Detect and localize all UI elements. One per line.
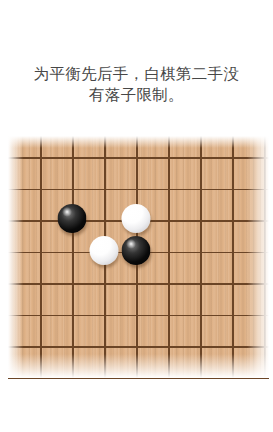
stone-white	[122, 204, 151, 233]
stone-black	[122, 236, 151, 265]
caption-line-1: 为平衡先后手，白棋第二手没	[0, 63, 273, 84]
grid-vertical-line	[168, 136, 170, 378]
stone-black	[58, 204, 87, 233]
grid-vertical-line	[232, 136, 234, 378]
grid-horizontal-line	[8, 189, 269, 191]
grid-vertical-line	[200, 136, 202, 378]
grid-vertical-line	[264, 136, 266, 378]
go-board	[8, 136, 269, 378]
grid-vertical-line	[72, 136, 74, 378]
caption: 为平衡先后手，白棋第二手没 有落子限制。	[0, 63, 273, 105]
grid-horizontal-line	[8, 315, 269, 317]
grid-horizontal-line	[8, 346, 269, 348]
stone-white	[90, 236, 119, 265]
grid-horizontal-line	[8, 157, 269, 159]
grid-horizontal-line	[8, 283, 269, 285]
caption-line-2: 有落子限制。	[0, 84, 273, 105]
grid-vertical-line	[40, 136, 42, 378]
grid-horizontal-line	[8, 378, 269, 380]
